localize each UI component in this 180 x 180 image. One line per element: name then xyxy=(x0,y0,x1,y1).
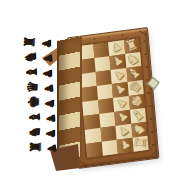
corner-inlay-line xyxy=(79,160,87,165)
black-piece[interactable]: ♝ xyxy=(25,110,42,124)
black-piece[interactable]: ♟ xyxy=(45,143,59,154)
square[interactable] xyxy=(101,140,118,156)
corner-inlay-line xyxy=(139,30,147,35)
square[interactable] xyxy=(86,142,103,158)
board-grid: ♟♜♟♞♟♝♟♛♟♚♟♝♟♞♟♜ xyxy=(76,37,149,159)
folded-black-panel: ♜♟♞♟♝♟♛♟♚♟♝♟♞♟♜♟ xyxy=(20,28,80,172)
black-piece[interactable]: ♟ xyxy=(43,99,56,109)
black-piece[interactable]: ♜ xyxy=(21,35,38,49)
black-piece[interactable]: ♟ xyxy=(42,69,55,79)
black-piece[interactable]: ♟ xyxy=(42,83,56,94)
black-piece[interactable]: ♜ xyxy=(28,141,44,154)
black-piece[interactable]: ♚ xyxy=(25,96,41,109)
white-piece[interactable]: ♟ xyxy=(117,137,132,153)
chess-set-photo: ♟♜♟♞♟♝♟♛♟♚♟♝♟♞♟♜ ♜♟♞♟♝♟♛♟♚♟♝♟♞♟♜♟ xyxy=(0,0,180,180)
square[interactable]: ♜ xyxy=(132,136,149,152)
corner-inlay-line xyxy=(150,150,157,157)
black-piece[interactable]: ♞ xyxy=(22,51,38,64)
black-piece[interactable]: ♟ xyxy=(45,129,58,139)
black-piece[interactable]: ♟ xyxy=(40,39,53,49)
black-piece[interactable]: ♟ xyxy=(43,113,57,124)
black-piece[interactable]: ♝ xyxy=(23,65,40,79)
black-piece[interactable]: ♞ xyxy=(26,125,43,139)
black-piece[interactable]: ♛ xyxy=(24,80,41,94)
white-piece[interactable]: ♜ xyxy=(132,136,149,150)
black-piece[interactable]: ♟ xyxy=(41,53,55,64)
black-pieces-layer: ♜♟♞♟♝♟♛♟♚♟♝♟♞♟♜♟ xyxy=(20,28,80,172)
